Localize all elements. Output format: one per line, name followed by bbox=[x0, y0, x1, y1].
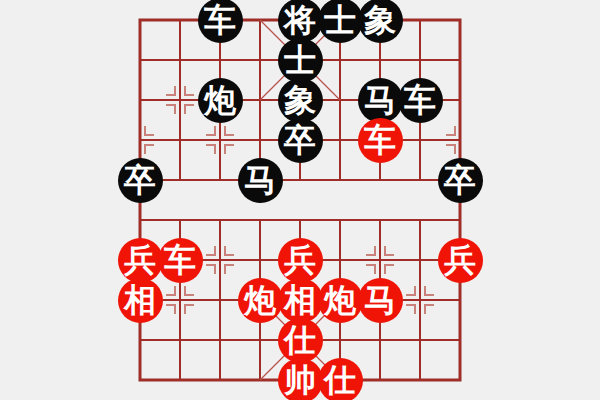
piece-black-advisor[interactable]: 士 bbox=[278, 38, 323, 83]
piece-red-soldier[interactable]: 兵 bbox=[438, 238, 483, 283]
piece-black-elephant[interactable]: 象 bbox=[278, 78, 323, 123]
piece-red-soldier[interactable]: 兵 bbox=[278, 238, 323, 283]
piece-red-elephant[interactable]: 相 bbox=[118, 278, 163, 323]
piece-black-horse[interactable]: 马 bbox=[358, 78, 403, 123]
piece-red-chariot[interactable]: 车 bbox=[158, 238, 203, 283]
piece-black-horse[interactable]: 马 bbox=[238, 158, 283, 203]
piece-red-advisor[interactable]: 仕 bbox=[278, 318, 323, 363]
piece-black-advisor[interactable]: 士 bbox=[318, 0, 363, 43]
piece-red-soldier[interactable]: 兵 bbox=[118, 238, 163, 283]
piece-black-soldier[interactable]: 卒 bbox=[118, 158, 163, 203]
piece-black-elephant[interactable]: 象 bbox=[358, 0, 403, 43]
pieces-layer: 车将士象士炮象马车卒车卒马卒兵车兵兵相炮相炮马仕帅仕 bbox=[120, 0, 480, 400]
piece-red-chariot[interactable]: 车 bbox=[358, 118, 403, 163]
piece-black-chariot[interactable]: 车 bbox=[198, 0, 243, 43]
piece-red-horse[interactable]: 马 bbox=[358, 278, 403, 323]
piece-black-cannon[interactable]: 炮 bbox=[198, 78, 243, 123]
piece-red-advisor[interactable]: 仕 bbox=[318, 358, 363, 400]
piece-black-general[interactable]: 将 bbox=[278, 0, 323, 43]
piece-black-soldier[interactable]: 卒 bbox=[278, 118, 323, 163]
xiangqi-board: 车将士象士炮象马车卒车卒马卒兵车兵兵相炮相炮马仕帅仕 bbox=[0, 0, 600, 400]
piece-black-chariot[interactable]: 车 bbox=[398, 78, 443, 123]
piece-red-cannon[interactable]: 炮 bbox=[318, 278, 363, 323]
piece-black-soldier[interactable]: 卒 bbox=[438, 158, 483, 203]
piece-red-cannon[interactable]: 炮 bbox=[238, 278, 283, 323]
piece-red-general[interactable]: 帅 bbox=[278, 358, 323, 400]
piece-red-elephant[interactable]: 相 bbox=[278, 278, 323, 323]
